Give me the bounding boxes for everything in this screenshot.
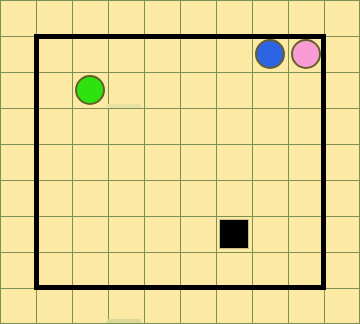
cell-5-8 bbox=[180, 288, 216, 324]
cell-0-2 bbox=[0, 72, 36, 108]
cell-7-0 bbox=[252, 0, 288, 36]
cell-9-8 bbox=[324, 288, 360, 324]
cell-1-0 bbox=[36, 0, 72, 36]
faded-line-mark-top bbox=[107, 104, 141, 108]
cell-2-8 bbox=[72, 288, 108, 324]
cell-6-8 bbox=[216, 288, 252, 324]
cell-9-0 bbox=[324, 0, 360, 36]
pink-circle-piece[interactable] bbox=[291, 39, 321, 69]
cell-5-0 bbox=[180, 0, 216, 36]
wall-border bbox=[34, 34, 326, 290]
cell-4-0 bbox=[144, 0, 180, 36]
cell-9-7 bbox=[324, 252, 360, 288]
cell-0-7 bbox=[0, 252, 36, 288]
faded-line-mark-bottom bbox=[107, 319, 141, 323]
cell-8-0 bbox=[288, 0, 324, 36]
cell-0-3 bbox=[0, 108, 36, 144]
cell-9-4 bbox=[324, 144, 360, 180]
cell-0-6 bbox=[0, 216, 36, 252]
cell-4-8 bbox=[144, 288, 180, 324]
cell-0-4 bbox=[0, 144, 36, 180]
cell-2-0 bbox=[72, 0, 108, 36]
cell-9-6 bbox=[324, 216, 360, 252]
cell-0-5 bbox=[0, 180, 36, 216]
cell-9-5 bbox=[324, 180, 360, 216]
cell-0-0 bbox=[0, 0, 36, 36]
cell-9-3 bbox=[324, 108, 360, 144]
gridworld-board bbox=[0, 0, 360, 324]
cell-9-2 bbox=[324, 72, 360, 108]
green-circle-piece[interactable] bbox=[75, 75, 105, 105]
cell-1-8 bbox=[36, 288, 72, 324]
cell-3-0 bbox=[108, 0, 144, 36]
cell-9-1 bbox=[324, 36, 360, 72]
cell-8-8 bbox=[288, 288, 324, 324]
cell-0-8 bbox=[0, 288, 36, 324]
cell-0-1 bbox=[0, 36, 36, 72]
cell-7-8 bbox=[252, 288, 288, 324]
black-square-piece[interactable] bbox=[219, 219, 249, 249]
blue-circle-piece[interactable] bbox=[255, 39, 285, 69]
cell-6-0 bbox=[216, 0, 252, 36]
